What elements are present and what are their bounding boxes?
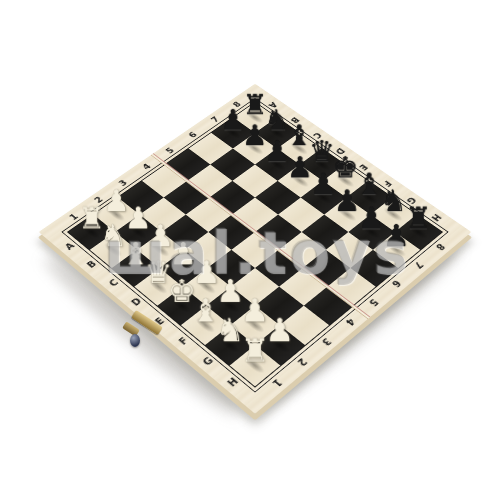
file-label-b-top: B (288, 116, 300, 124)
file-label-e-top: E (357, 163, 369, 171)
piece-shadow-e7 (312, 188, 335, 205)
file-label-c-top: C (311, 131, 323, 139)
black-p-glyph: ♟ (287, 153, 313, 182)
piece-shadow-d7 (288, 172, 311, 188)
black-n-glyph: ♞ (264, 106, 289, 134)
piece-shadow-e8 (334, 172, 357, 188)
square-c7 (255, 149, 300, 181)
rank-label-4-left: 4 (142, 163, 153, 171)
piece-shadow-c7 (266, 156, 288, 172)
rank-label-2-left: 2 (94, 195, 106, 204)
file-label-a-top: A (266, 100, 278, 108)
black-k-glyph: ♚ (332, 153, 358, 182)
coordinate-labels: AABBCCDDEEFFGGHH1122334455667788 (255, 84, 471, 232)
file-label-h-top: H (429, 212, 442, 222)
black-p-glyph: ♟ (310, 169, 336, 198)
rank-label-7-left: 7 (210, 116, 221, 124)
white-r-glyph: ♜ (240, 334, 269, 366)
file-label-f-top: F (380, 179, 392, 187)
piece-shadow-a8 (244, 109, 266, 124)
file-label-g-top: G (404, 195, 417, 204)
watermark: шal.toys (104, 219, 411, 287)
rank-label-6-left: 6 (188, 131, 199, 139)
square-b5 (187, 165, 232, 198)
piece-shadow-b8 (266, 124, 288, 139)
square-d6 (255, 181, 301, 215)
square-c5 (209, 181, 255, 215)
file-label-d-top: D (333, 146, 345, 155)
black-p-glyph: ♟ (334, 186, 361, 216)
piece-shadow-c8 (288, 140, 310, 156)
square-d7 (278, 165, 323, 198)
black-r-glyph: ♜ (243, 91, 268, 119)
clasp (121, 315, 171, 359)
square-b4 (164, 181, 210, 215)
piece-shadow-f8 (357, 188, 380, 205)
white-p-glyph: ♟ (103, 186, 130, 216)
square-e7 (301, 181, 347, 215)
black-b-glyph: ♝ (356, 169, 382, 198)
square-c6 (232, 165, 277, 198)
black-q-glyph: ♛ (309, 137, 335, 166)
black-b-glyph: ♝ (286, 121, 311, 149)
rank-label-1-left: 1 (69, 213, 81, 222)
rank-label-8-left: 8 (232, 101, 243, 109)
black-p-glyph: ♟ (242, 121, 267, 149)
black-p-glyph: ♟ (220, 106, 245, 134)
white-p-glyph: ♟ (266, 314, 295, 346)
square-b6 (210, 149, 255, 181)
rank-label-5-left: 5 (165, 147, 176, 155)
piece-shadow-b7 (244, 140, 266, 156)
black-n-glyph: ♞ (380, 186, 407, 216)
product-photo-scene: AABBCCDDEEFFGGHH1122334455667788 ♜♞♝♛♚♝♞… (0, 0, 500, 500)
piece-shadow-a7 (222, 124, 244, 139)
rank-label-3-left: 3 (118, 179, 130, 188)
piece-shadow-d8 (310, 156, 333, 172)
black-p-glyph: ♟ (264, 137, 290, 166)
clasp-ring-icon (130, 334, 140, 347)
square-b7 (233, 133, 277, 165)
